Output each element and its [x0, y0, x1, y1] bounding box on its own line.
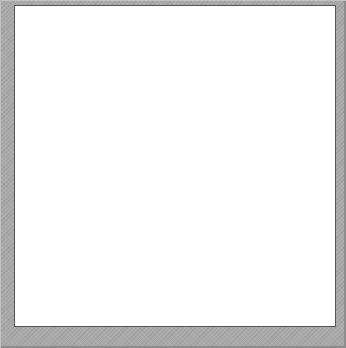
file-labels: [15, 327, 335, 348]
chess-diagram-panel: [0, 0, 346, 348]
rank-labels: [0, 6, 14, 326]
chess-board[interactable]: [14, 5, 336, 327]
